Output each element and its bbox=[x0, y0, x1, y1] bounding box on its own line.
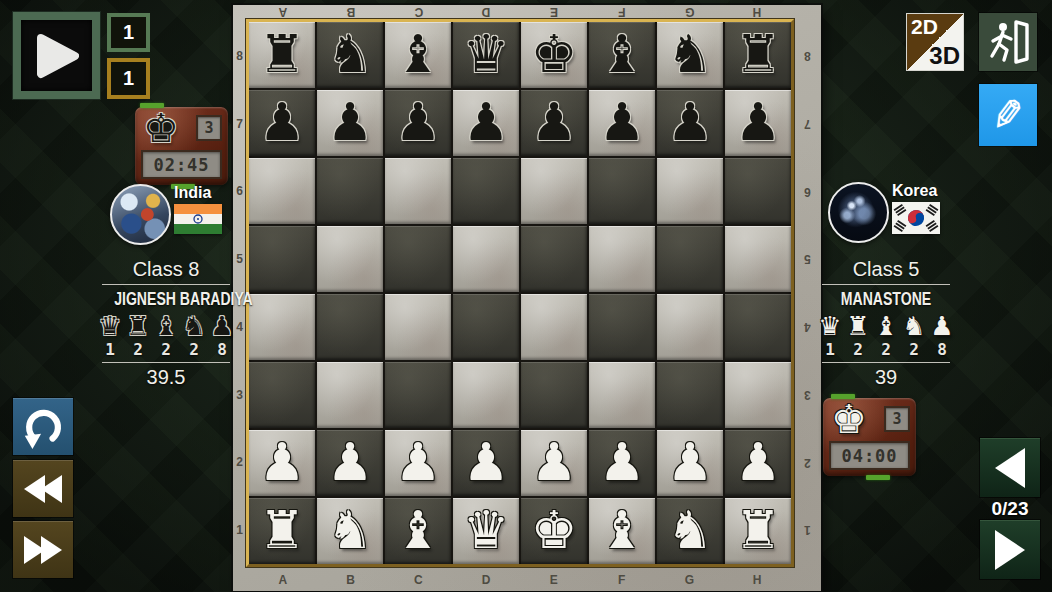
white-king-clock-icon: ♚ bbox=[831, 396, 867, 442]
coord-label: 2 bbox=[233, 429, 246, 497]
coord-label: A bbox=[249, 6, 317, 19]
exit-game-button[interactable] bbox=[979, 13, 1037, 71]
square-e5[interactable] bbox=[521, 226, 587, 292]
black-bishop[interactable]: ♝ bbox=[589, 22, 655, 88]
white-clock-badge: 3 bbox=[884, 406, 910, 432]
square-g4[interactable] bbox=[657, 294, 723, 360]
file-labels-bottom: ABCDEFGH bbox=[249, 571, 791, 589]
material-column: ♛1 bbox=[818, 311, 843, 359]
black-knight[interactable]: ♞ bbox=[657, 22, 723, 88]
material-column: ♝2 bbox=[874, 311, 899, 359]
square-e7[interactable]: ♟ bbox=[521, 90, 587, 156]
black-pawn[interactable]: ♟ bbox=[521, 90, 587, 156]
divider bbox=[102, 284, 230, 285]
material-count: 2 bbox=[189, 341, 199, 359]
chess-board: ABCDEFGH ABCDEFGH 87654321 87654321 ♜♞♝♛… bbox=[233, 5, 821, 591]
black-rook[interactable]: ♜ bbox=[249, 22, 315, 88]
coord-label: G bbox=[656, 571, 724, 589]
square-h1[interactable]: ♜ bbox=[725, 498, 791, 564]
material-count: 2 bbox=[909, 341, 919, 359]
square-h7[interactable]: ♟ bbox=[725, 90, 791, 156]
square-e3[interactable] bbox=[521, 362, 587, 428]
black-captured-tray: ♛1♜2♝2♞2♟8 bbox=[96, 311, 236, 359]
black-player-country: India bbox=[174, 184, 222, 202]
black-clock-badge: 3 bbox=[196, 115, 222, 141]
coord-label: 7 bbox=[794, 90, 821, 158]
square-a7[interactable]: ♟ bbox=[249, 90, 315, 156]
square-f5[interactable] bbox=[589, 226, 655, 292]
coord-label: H bbox=[723, 6, 791, 19]
square-c4[interactable] bbox=[385, 294, 451, 360]
material-count: 2 bbox=[133, 341, 143, 359]
board-squares: ♜♞♝♛♚♝♞♜♟♟♟♟♟♟♟♟♟♟♟♟♟♟♟♟♜♞♝♛♚♝♞♜ bbox=[249, 22, 791, 564]
black-pawn[interactable]: ♟ bbox=[725, 90, 791, 156]
white-tray-piece-icon: ♟ bbox=[930, 311, 953, 341]
exit-runner-icon bbox=[984, 18, 1032, 66]
square-g3[interactable] bbox=[657, 362, 723, 428]
black-pawn[interactable]: ♟ bbox=[453, 90, 519, 156]
white-player-identity: Korea bbox=[828, 182, 940, 243]
coord-label: 1 bbox=[233, 496, 246, 564]
korea-flag bbox=[892, 202, 940, 234]
coord-label: B bbox=[317, 571, 385, 589]
square-a3[interactable] bbox=[249, 362, 315, 428]
white-tray-piece-icon: ♝ bbox=[874, 311, 897, 341]
black-player-name: JIGNESH BARADIYA bbox=[114, 288, 218, 310]
coord-label: H bbox=[723, 571, 791, 589]
square-f4[interactable] bbox=[589, 294, 655, 360]
square-a6[interactable] bbox=[249, 158, 315, 224]
square-e1[interactable]: ♚ bbox=[521, 498, 587, 564]
india-flag bbox=[174, 204, 222, 234]
square-g8[interactable]: ♞ bbox=[657, 22, 723, 88]
black-pawn[interactable]: ♟ bbox=[385, 90, 451, 156]
white-player-country: Korea bbox=[892, 182, 940, 200]
material-count: 2 bbox=[161, 341, 171, 359]
divider bbox=[822, 362, 950, 363]
coord-label: E bbox=[520, 6, 588, 19]
coord-label: 1 bbox=[794, 496, 821, 564]
white-clock-time: 04:00 bbox=[829, 441, 910, 470]
play-icon bbox=[35, 33, 79, 79]
square-e2[interactable]: ♟ bbox=[521, 430, 587, 496]
square-h8[interactable]: ♜ bbox=[725, 22, 791, 88]
white-pawn[interactable]: ♟ bbox=[385, 430, 451, 496]
square-c1[interactable]: ♝ bbox=[385, 498, 451, 564]
square-f3[interactable] bbox=[589, 362, 655, 428]
coord-label: 7 bbox=[233, 90, 246, 158]
black-knight[interactable]: ♞ bbox=[317, 22, 383, 88]
counter-gold-value: 1 bbox=[123, 67, 134, 90]
white-tray-piece-icon: ♜ bbox=[846, 311, 869, 341]
square-b7[interactable]: ♟ bbox=[317, 90, 383, 156]
square-f2[interactable]: ♟ bbox=[589, 430, 655, 496]
material-count: 2 bbox=[853, 341, 863, 359]
material-column: ♟8 bbox=[930, 311, 955, 359]
coord-label: C bbox=[385, 6, 453, 19]
white-clock: ♚ 3 04:00 bbox=[823, 398, 916, 476]
coord-label: G bbox=[656, 6, 724, 19]
square-d1[interactable]: ♛ bbox=[453, 498, 519, 564]
white-bishop[interactable]: ♝ bbox=[589, 498, 655, 564]
file-labels-top: ABCDEFGH bbox=[249, 6, 791, 19]
divider bbox=[102, 362, 230, 363]
square-c8[interactable]: ♝ bbox=[385, 22, 451, 88]
square-g5[interactable] bbox=[657, 226, 723, 292]
back-arrow-icon bbox=[995, 448, 1025, 488]
square-g6[interactable] bbox=[657, 158, 723, 224]
coord-label: 6 bbox=[233, 158, 246, 226]
coord-label: D bbox=[452, 6, 520, 19]
coord-label: F bbox=[588, 6, 656, 19]
play-button[interactable] bbox=[13, 12, 100, 99]
fast-forward-button[interactable] bbox=[13, 521, 73, 578]
rotate-icon bbox=[20, 404, 66, 450]
black-tray-piece-icon: ♛ bbox=[98, 311, 121, 341]
material-count: 2 bbox=[881, 341, 891, 359]
square-b5[interactable] bbox=[317, 226, 383, 292]
square-e8[interactable]: ♚ bbox=[521, 22, 587, 88]
square-g1[interactable]: ♞ bbox=[657, 498, 723, 564]
coord-label: C bbox=[385, 571, 453, 589]
white-captured-tray: ♛1♜2♝2♞2♟8 bbox=[816, 311, 956, 359]
square-c7[interactable]: ♟ bbox=[385, 90, 451, 156]
rewind-icon bbox=[24, 475, 62, 503]
square-g2[interactable]: ♟ bbox=[657, 430, 723, 496]
label-3d: 3D bbox=[929, 42, 960, 70]
square-e6[interactable] bbox=[521, 158, 587, 224]
edit-button[interactable]: ✎ bbox=[979, 84, 1037, 146]
black-player-class: Class 8 bbox=[96, 258, 236, 281]
next-move-button[interactable] bbox=[980, 520, 1040, 579]
white-pawn[interactable]: ♟ bbox=[521, 430, 587, 496]
square-d2[interactable]: ♟ bbox=[453, 430, 519, 496]
coord-label: E bbox=[520, 571, 588, 589]
white-player-panel: Class 5 MANASTONE ♛1♜2♝2♞2♟8 39 bbox=[816, 258, 956, 389]
material-count: 8 bbox=[217, 341, 227, 359]
coord-label: 6 bbox=[794, 158, 821, 226]
square-d7[interactable]: ♟ bbox=[453, 90, 519, 156]
move-counter: 0/23 bbox=[976, 498, 1044, 520]
counter-gold: 1 bbox=[107, 58, 150, 99]
square-c3[interactable] bbox=[385, 362, 451, 428]
counter-green: 1 bbox=[107, 13, 150, 52]
black-player-score: 39.5 bbox=[96, 366, 236, 389]
black-tray-piece-icon: ♝ bbox=[154, 311, 177, 341]
turn-indicator bbox=[866, 475, 890, 480]
coord-label: B bbox=[317, 6, 385, 19]
white-pawn[interactable]: ♟ bbox=[249, 430, 315, 496]
black-clock-time: 02:45 bbox=[141, 150, 222, 179]
white-player-score: 39 bbox=[816, 366, 956, 389]
board-frame: ♜♞♝♛♚♝♞♜♟♟♟♟♟♟♟♟♟♟♟♟♟♟♟♟♜♞♝♛♚♝♞♜ bbox=[246, 19, 794, 567]
square-g7[interactable]: ♟ bbox=[657, 90, 723, 156]
white-pawn[interactable]: ♟ bbox=[589, 430, 655, 496]
white-king[interactable]: ♚ bbox=[521, 498, 587, 564]
material-column: ♛1 bbox=[98, 311, 123, 359]
square-c6[interactable] bbox=[385, 158, 451, 224]
fast-forward-icon bbox=[24, 536, 62, 564]
white-player-name: MANASTONE bbox=[834, 288, 938, 310]
coord-label: 8 bbox=[233, 22, 246, 90]
black-queen[interactable]: ♛ bbox=[453, 22, 519, 88]
material-count: 1 bbox=[105, 341, 115, 359]
square-c5[interactable] bbox=[385, 226, 451, 292]
square-f8[interactable]: ♝ bbox=[589, 22, 655, 88]
white-pawn[interactable]: ♟ bbox=[317, 430, 383, 496]
square-d6[interactable] bbox=[453, 158, 519, 224]
square-d8[interactable]: ♛ bbox=[453, 22, 519, 88]
square-f6[interactable] bbox=[589, 158, 655, 224]
coord-label: 2 bbox=[794, 429, 821, 497]
black-player-avatar bbox=[110, 184, 171, 245]
black-tray-piece-icon: ♜ bbox=[126, 311, 149, 341]
black-pawn[interactable]: ♟ bbox=[657, 90, 723, 156]
black-tray-piece-icon: ♟ bbox=[210, 311, 233, 341]
square-h4[interactable] bbox=[725, 294, 791, 360]
square-d4[interactable] bbox=[453, 294, 519, 360]
square-b2[interactable]: ♟ bbox=[317, 430, 383, 496]
forward-arrow-icon bbox=[995, 530, 1025, 570]
material-column: ♜2 bbox=[846, 311, 871, 359]
white-player-avatar bbox=[828, 182, 889, 243]
square-h2[interactable]: ♟ bbox=[725, 430, 791, 496]
material-count: 1 bbox=[825, 341, 835, 359]
view-2d3d-toggle[interactable]: 2D 3D bbox=[906, 13, 964, 71]
pencil-icon: ✎ bbox=[988, 90, 1028, 140]
white-player-class: Class 5 bbox=[816, 258, 956, 281]
material-column: ♞2 bbox=[182, 311, 207, 359]
square-h3[interactable] bbox=[725, 362, 791, 428]
material-count: 8 bbox=[937, 341, 947, 359]
square-b1[interactable]: ♞ bbox=[317, 498, 383, 564]
white-pawn[interactable]: ♟ bbox=[453, 430, 519, 496]
white-rook[interactable]: ♜ bbox=[725, 498, 791, 564]
black-king-clock-icon: ♚ bbox=[143, 105, 179, 151]
counter-green-value: 1 bbox=[123, 21, 134, 44]
black-player-identity: India bbox=[110, 184, 222, 245]
coord-label: A bbox=[249, 571, 317, 589]
black-rook[interactable]: ♜ bbox=[725, 22, 791, 88]
previous-move-button[interactable] bbox=[980, 438, 1040, 497]
square-b6[interactable] bbox=[317, 158, 383, 224]
white-knight[interactable]: ♞ bbox=[657, 498, 723, 564]
square-d5[interactable] bbox=[453, 226, 519, 292]
rotate-board-button[interactable] bbox=[13, 398, 73, 455]
black-player-panel: Class 8 JIGNESH BARADIYA ♛1♜2♝2♞2♟8 39.5 bbox=[96, 258, 236, 389]
square-b3[interactable] bbox=[317, 362, 383, 428]
coord-label: D bbox=[452, 571, 520, 589]
square-c2[interactable]: ♟ bbox=[385, 430, 451, 496]
black-pawn[interactable]: ♟ bbox=[249, 90, 315, 156]
square-f1[interactable]: ♝ bbox=[589, 498, 655, 564]
white-tray-piece-icon: ♞ bbox=[902, 311, 925, 341]
white-pawn[interactable]: ♟ bbox=[725, 430, 791, 496]
square-h6[interactable] bbox=[725, 158, 791, 224]
white-rook[interactable]: ♜ bbox=[249, 498, 315, 564]
game-screen: ABCDEFGH ABCDEFGH 87654321 87654321 ♜♞♝♛… bbox=[0, 0, 1052, 592]
square-a8[interactable]: ♜ bbox=[249, 22, 315, 88]
black-pawn[interactable]: ♟ bbox=[589, 90, 655, 156]
square-h5[interactable] bbox=[725, 226, 791, 292]
black-pawn[interactable]: ♟ bbox=[317, 90, 383, 156]
coord-label: F bbox=[588, 571, 656, 589]
black-clock: ♚ 3 02:45 bbox=[135, 107, 228, 185]
material-column: ♝2 bbox=[154, 311, 179, 359]
material-column: ♞2 bbox=[902, 311, 927, 359]
square-a1[interactable]: ♜ bbox=[249, 498, 315, 564]
square-b8[interactable]: ♞ bbox=[317, 22, 383, 88]
label-2d: 2D bbox=[911, 15, 938, 39]
white-tray-piece-icon: ♛ bbox=[818, 311, 841, 341]
material-column: ♟8 bbox=[210, 311, 235, 359]
square-a5[interactable] bbox=[249, 226, 315, 292]
black-bishop[interactable]: ♝ bbox=[385, 22, 451, 88]
rewind-button[interactable] bbox=[13, 460, 73, 517]
square-a4[interactable] bbox=[249, 294, 315, 360]
divider bbox=[822, 284, 950, 285]
square-d3[interactable] bbox=[453, 362, 519, 428]
white-knight[interactable]: ♞ bbox=[317, 498, 383, 564]
material-column: ♜2 bbox=[126, 311, 151, 359]
coord-label: 8 bbox=[794, 22, 821, 90]
white-bishop[interactable]: ♝ bbox=[385, 498, 451, 564]
square-f7[interactable]: ♟ bbox=[589, 90, 655, 156]
square-e4[interactable] bbox=[521, 294, 587, 360]
black-tray-piece-icon: ♞ bbox=[182, 311, 205, 341]
white-pawn[interactable]: ♟ bbox=[657, 430, 723, 496]
square-a2[interactable]: ♟ bbox=[249, 430, 315, 496]
white-queen[interactable]: ♛ bbox=[453, 498, 519, 564]
square-b4[interactable] bbox=[317, 294, 383, 360]
black-king[interactable]: ♚ bbox=[521, 22, 587, 88]
